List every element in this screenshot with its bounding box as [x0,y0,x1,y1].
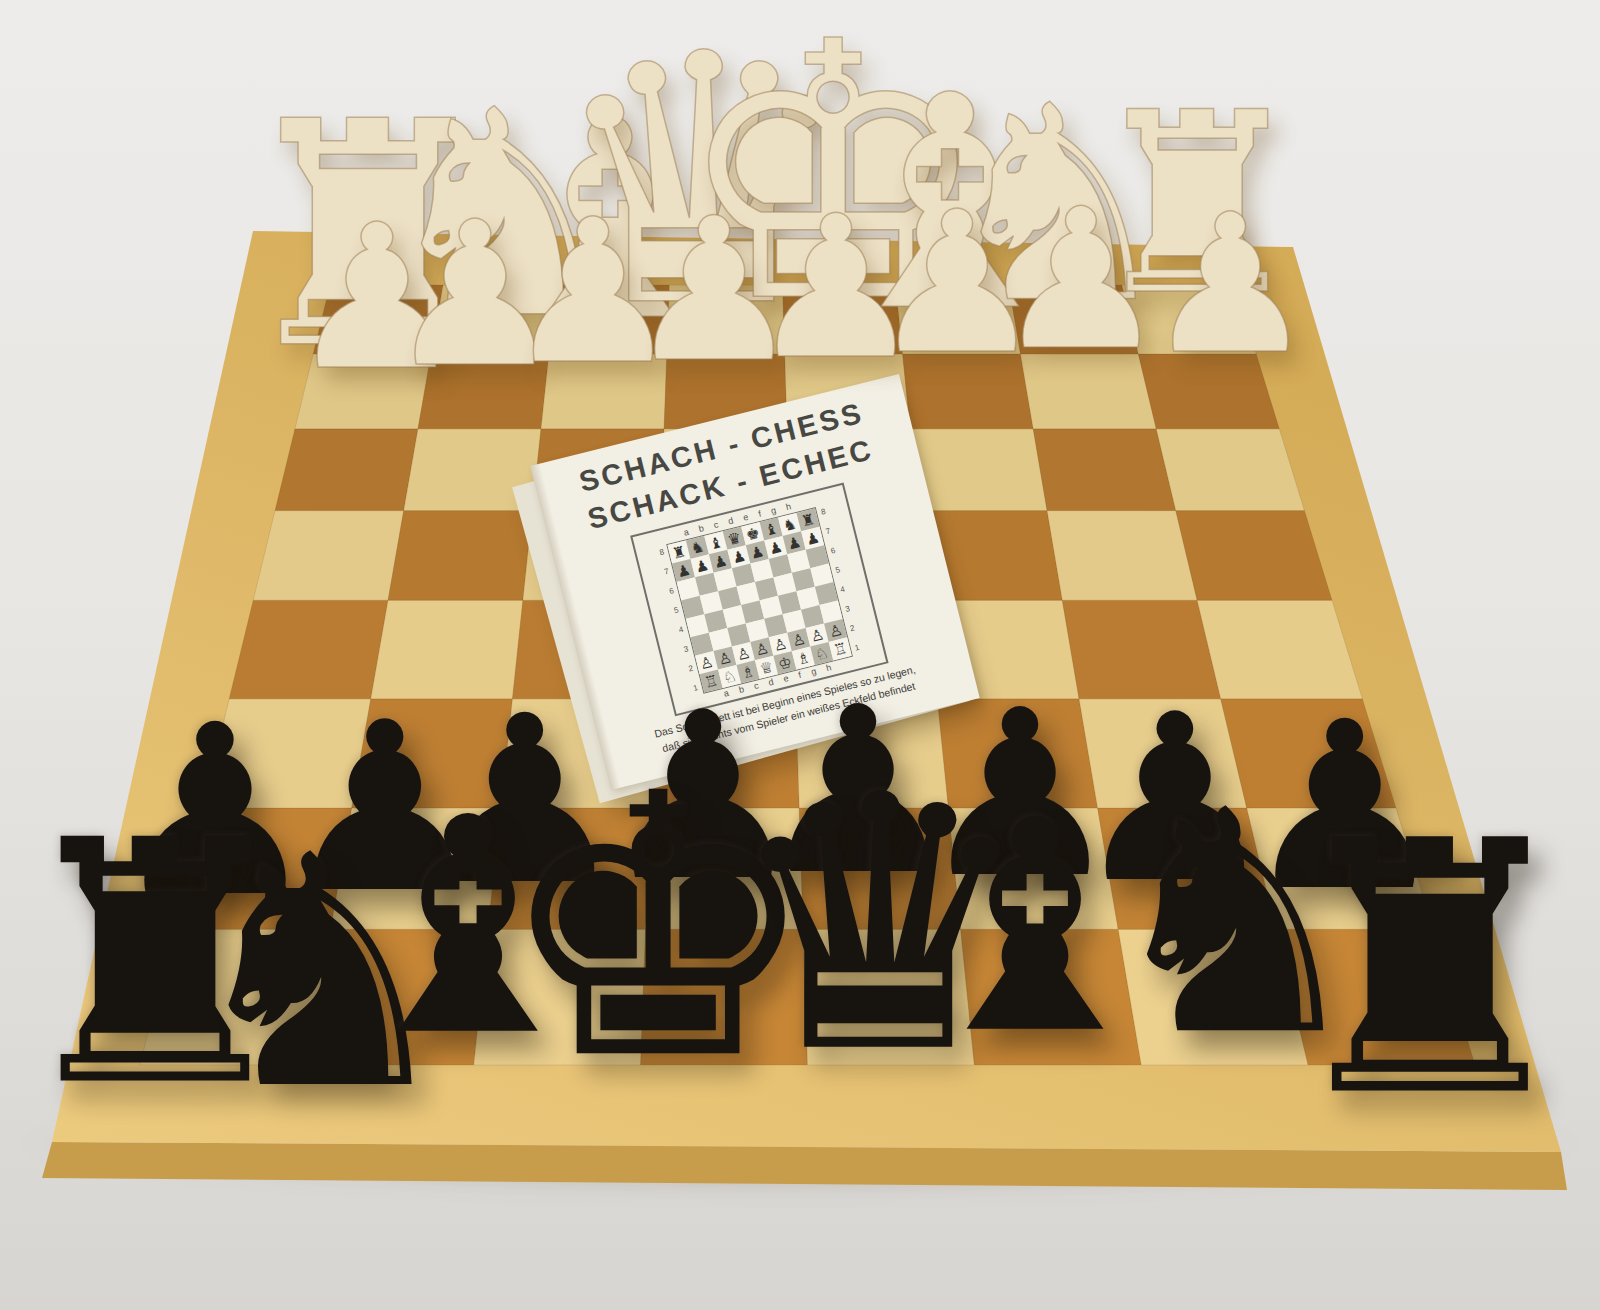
diagram-rank-label: 4 [678,626,684,635]
diagram-rank-label: 8 [820,508,826,517]
square-r5-f5[interactable] [910,429,1047,511]
black-rook[interactable]: ♜ [1274,796,1586,1144]
square-r4-f1[interactable] [388,511,532,601]
square-r5-f0[interactable] [275,429,418,511]
diagram-rank-label: 5 [835,566,841,575]
square-r4-f7[interactable] [1176,511,1332,601]
white-pawn[interactable]: ♟ [994,183,1168,377]
diagram-rank-label: 5 [673,607,679,616]
diagram-rank-label: 6 [668,587,674,596]
square-r4-f0[interactable] [253,511,403,601]
diagram-rank-label: 6 [830,547,836,556]
square-r5-f6[interactable] [1033,429,1176,511]
diagram-rank-label: 8 [659,548,665,557]
diagram-rank-label: 2 [849,624,855,633]
chess-set-photo-scene: SCHACH - CHESS SCHACK - ECHEC a b c d e … [0,0,1600,1310]
diagram-rank-label: 3 [683,645,689,654]
diagram-rank-label: 3 [844,605,850,614]
white-pawn[interactable]: ♟ [1144,189,1316,381]
square-r5-f7[interactable] [1156,429,1304,511]
diagram-rank-label: 1 [854,644,860,653]
diagram-rank-label: 4 [840,586,846,595]
diagram-rank-label: 7 [664,568,670,577]
square-r4-f6[interactable] [1047,511,1197,601]
diagram-rank-label: 7 [825,527,831,536]
